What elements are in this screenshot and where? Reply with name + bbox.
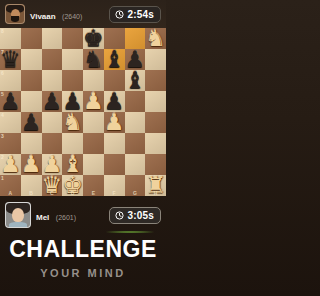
file-label-g: G	[133, 190, 137, 196]
square-a4[interactable]: 4	[0, 112, 21, 133]
square-g1[interactable]: G	[125, 175, 146, 196]
bottom-player-clock: 3:05s	[109, 207, 161, 224]
file-label-f: F	[113, 190, 116, 196]
square-h5[interactable]	[145, 91, 166, 112]
file-label-h: H	[154, 190, 158, 196]
file-label-e: E	[92, 190, 95, 196]
square-f4[interactable]: ♟	[104, 112, 125, 133]
rank-label-4: 4	[1, 112, 4, 118]
black-knight-e7[interactable]: ♞	[83, 48, 104, 71]
rank-label-6: 6	[1, 70, 4, 76]
square-h1[interactable]: H♜	[145, 175, 166, 196]
top-clock-time: 2:54s	[127, 9, 154, 20]
square-g5[interactable]	[125, 91, 146, 112]
file-label-d: D	[71, 190, 75, 196]
top-player-info: Vivaan (2640)	[30, 5, 82, 23]
square-h4[interactable]	[145, 112, 166, 133]
white-pawn-f4[interactable]: ♟	[104, 111, 125, 134]
tagline-subtitle: YOUR MIND	[0, 267, 166, 279]
square-d4[interactable]: ♞	[62, 112, 83, 133]
square-g6[interactable]: ♝	[125, 70, 146, 91]
bottom-player-rating: (2601)	[56, 214, 76, 221]
square-e7[interactable]: ♞	[83, 49, 104, 70]
square-h3[interactable]	[145, 133, 166, 154]
square-c8[interactable]	[42, 28, 63, 49]
black-bishop-g6[interactable]: ♝	[125, 69, 146, 92]
square-b8[interactable]	[21, 28, 42, 49]
square-b1[interactable]: B	[21, 175, 42, 196]
top-player-name: Vivaan	[30, 12, 56, 21]
file-label-b: B	[29, 190, 33, 196]
top-player-clock: 2:54s	[109, 6, 161, 23]
black-pawn-c5[interactable]: ♟	[42, 90, 63, 113]
bottom-player-bar: Mel (2601) 3:05s	[0, 198, 166, 232]
tagline-title: CHALLENGE	[0, 236, 166, 263]
bottom-clock-time: 3:05s	[127, 210, 154, 221]
square-b7[interactable]	[21, 49, 42, 70]
chess-board[interactable]: 8♚♞7♛♞♝♟6♝5♟♟♟♟♟4♟♞♟32♟♟♟♝1ABC♛D♚EFGH♜	[0, 28, 166, 196]
tagline: CHALLENGE YOUR MIND	[0, 236, 166, 279]
clock-icon	[115, 10, 124, 19]
active-turn-indicator	[104, 231, 156, 233]
square-b4[interactable]: ♟	[21, 112, 42, 133]
avatar-torso	[9, 222, 27, 228]
square-h8[interactable]: ♞	[145, 28, 166, 49]
rank-label-1: 1	[1, 175, 4, 181]
square-b2[interactable]: ♟	[21, 154, 42, 175]
square-e5[interactable]: ♟	[83, 91, 104, 112]
square-d1[interactable]: D♚	[62, 175, 83, 196]
top-player-rating: (2640)	[62, 13, 82, 20]
square-e2[interactable]	[83, 154, 104, 175]
top-player-bar: Vivaan (2640) 2:54s	[0, 0, 166, 28]
avatar-beard	[11, 16, 19, 21]
square-f1[interactable]: F	[104, 175, 125, 196]
rank-label-3: 3	[1, 133, 4, 139]
white-knight-d4[interactable]: ♞	[62, 111, 83, 134]
square-c7[interactable]	[42, 49, 63, 70]
square-h7[interactable]	[145, 49, 166, 70]
square-h6[interactable]	[145, 70, 166, 91]
square-g4[interactable]	[125, 112, 146, 133]
avatar-face	[12, 208, 24, 222]
square-e1[interactable]: E	[83, 175, 104, 196]
square-e4[interactable]	[83, 112, 104, 133]
white-pawn-e5[interactable]: ♟	[83, 90, 104, 113]
black-bishop-f7[interactable]: ♝	[104, 48, 125, 71]
square-d7[interactable]	[62, 49, 83, 70]
square-c4[interactable]	[42, 112, 63, 133]
clock-icon	[115, 211, 124, 220]
square-d8[interactable]	[62, 28, 83, 49]
rank-label-2: 2	[1, 154, 4, 160]
square-c1[interactable]: C♛	[42, 175, 63, 196]
square-f7[interactable]: ♝	[104, 49, 125, 70]
square-a1[interactable]: 1A	[0, 175, 21, 196]
square-g3[interactable]	[125, 133, 146, 154]
file-label-c: C	[50, 190, 54, 196]
top-player-avatar	[5, 4, 25, 24]
square-a7[interactable]: 7♛	[0, 49, 21, 70]
white-pawn-b2[interactable]: ♟	[21, 153, 42, 176]
square-c5[interactable]: ♟	[42, 91, 63, 112]
bottom-player-avatar	[5, 202, 31, 228]
bottom-player-name: Mel	[36, 213, 49, 222]
bottom-player-info: Mel (2601)	[36, 206, 76, 224]
square-f2[interactable]	[104, 154, 125, 175]
rank-label-7: 7	[1, 49, 4, 55]
white-knight-h8[interactable]: ♞	[145, 27, 166, 50]
square-f3[interactable]	[104, 133, 125, 154]
black-pawn-b4[interactable]: ♟	[21, 111, 42, 134]
rank-label-8: 8	[1, 28, 4, 34]
square-a2[interactable]: 2♟	[0, 154, 21, 175]
square-g2[interactable]	[125, 154, 146, 175]
square-e3[interactable]	[83, 133, 104, 154]
square-a5[interactable]: 5♟	[0, 91, 21, 112]
file-label-a: A	[9, 190, 13, 196]
rank-label-5: 5	[1, 91, 4, 97]
square-b6[interactable]	[21, 70, 42, 91]
